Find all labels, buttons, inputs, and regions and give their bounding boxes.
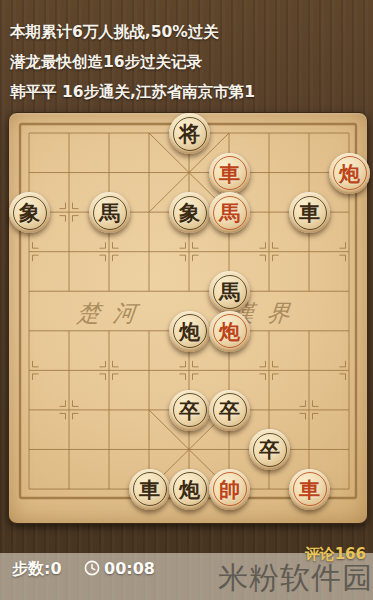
black-general[interactable]: 将: [169, 113, 210, 154]
black-cannon[interactable]: 炮: [169, 469, 210, 510]
black-soldier[interactable]: 卒: [209, 390, 250, 431]
red-general[interactable]: 帥: [209, 469, 250, 510]
black-horse[interactable]: 馬: [209, 271, 250, 312]
black-elephant[interactable]: 象: [169, 192, 210, 233]
black-chariot[interactable]: 車: [289, 192, 330, 233]
app-screen: 本期累计6万人挑战,50%过关 潜龙最快创造16步过关记录 韩平平 16步通关,…: [0, 0, 373, 600]
black-soldier[interactable]: 卒: [169, 390, 210, 431]
pieces-grid: 将車炮象馬象馬車馬炮炮卒卒卒車炮帥車: [9, 113, 369, 509]
timer: 00:08: [104, 559, 155, 578]
stats-line-2: 潜龙最快创造16步过关记录: [10, 47, 255, 77]
stats-line-1: 本期累计6万人挑战,50%过关: [10, 17, 255, 47]
red-cannon[interactable]: 炮: [209, 311, 250, 352]
red-chariot[interactable]: 車: [289, 469, 330, 510]
challenge-stats: 本期累计6万人挑战,50%过关 潜龙最快创造16步过关记录 韩平平 16步通关,…: [10, 17, 255, 107]
black-chariot[interactable]: 車: [129, 469, 170, 510]
red-horse[interactable]: 馬: [209, 192, 250, 233]
stats-line-3: 韩平平 16步通关,江苏省南京市第1: [10, 77, 255, 107]
xiangqi-board[interactable]: 楚河 漢界 将車炮象馬象馬車馬炮炮卒卒卒車炮帥車: [8, 112, 368, 524]
black-elephant[interactable]: 象: [9, 192, 50, 233]
black-horse[interactable]: 馬: [89, 192, 130, 233]
red-chariot[interactable]: 車: [209, 153, 250, 194]
clock-icon: [84, 560, 100, 576]
black-soldier[interactable]: 卒: [249, 429, 290, 470]
watermark: 米粉软件园: [218, 558, 373, 599]
red-cannon[interactable]: 炮: [329, 153, 370, 194]
move-count: 步数:0: [12, 559, 62, 580]
black-cannon[interactable]: 炮: [169, 311, 210, 352]
